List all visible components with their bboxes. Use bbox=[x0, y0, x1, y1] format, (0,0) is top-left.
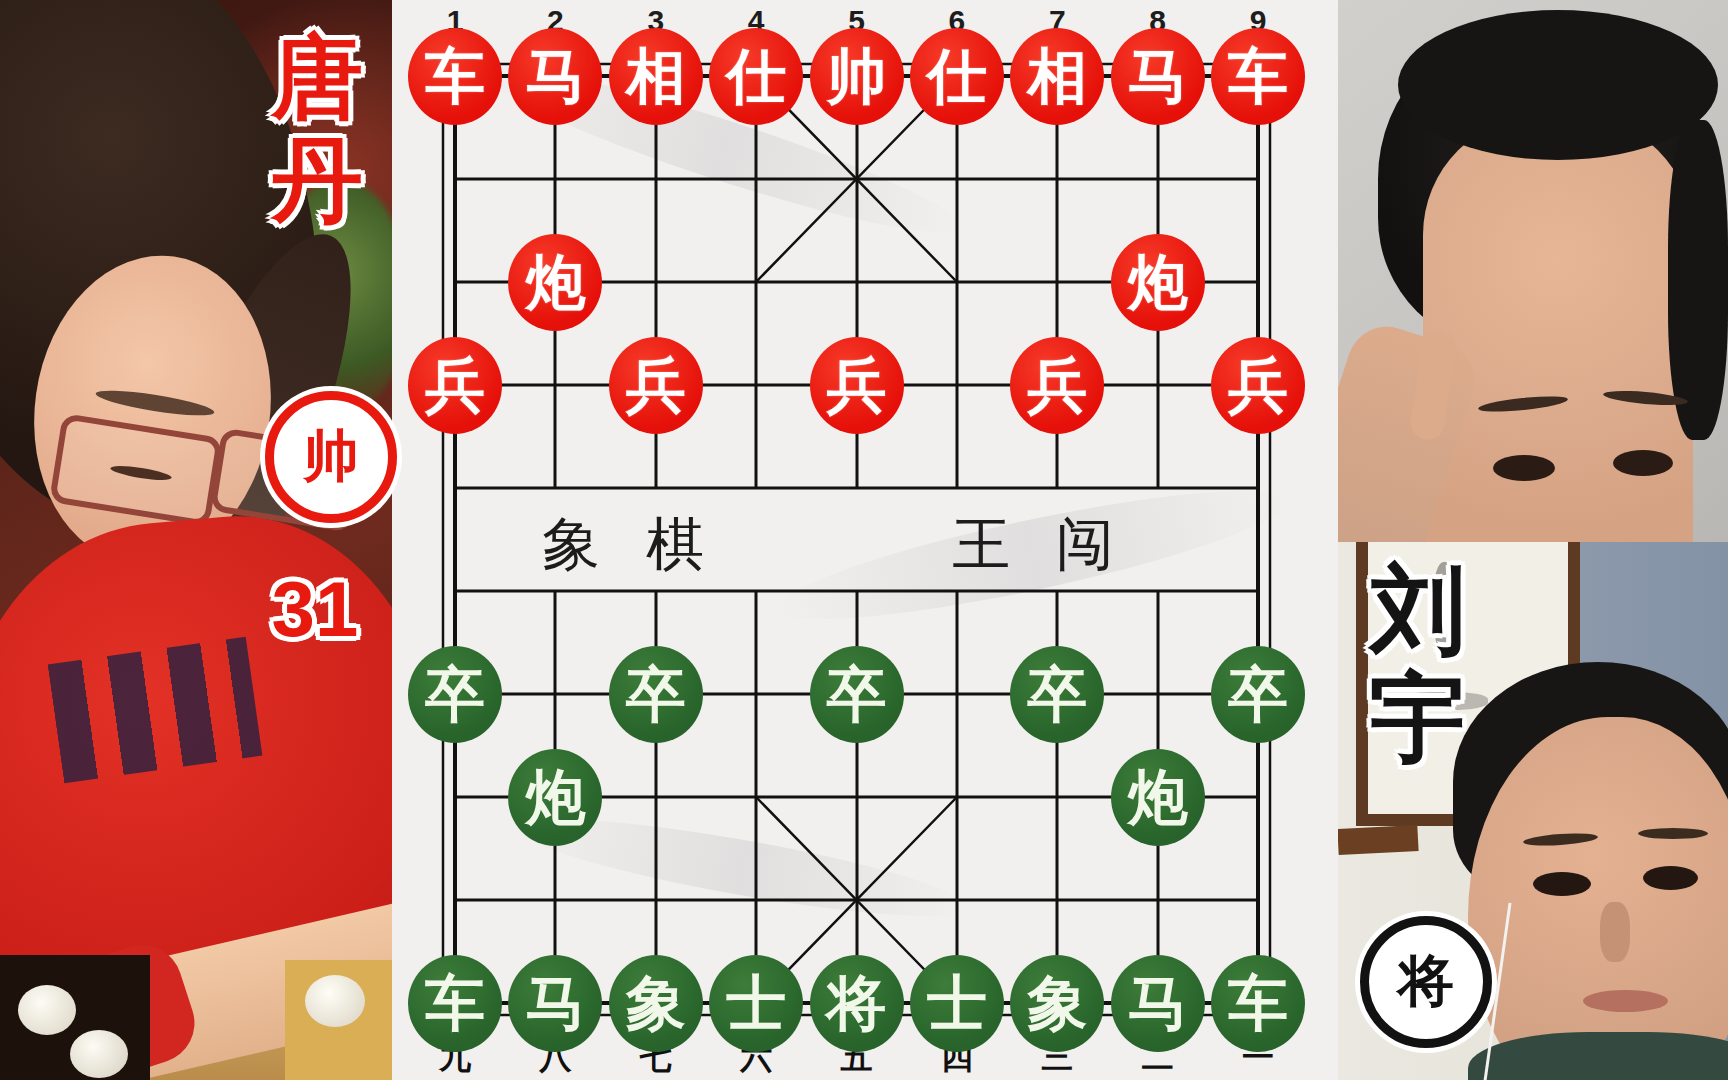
piece-green-炮-r7c1: 炮 bbox=[508, 749, 602, 846]
piece-red-兵-r3c0: 兵 bbox=[408, 337, 502, 434]
piece-red-车-r0c0: 车 bbox=[408, 28, 502, 125]
hair-fringe bbox=[1398, 10, 1718, 160]
video-frame: 象棋 王闯 123456789九八七六五四三二一 车马相仕帅仕相马车炮炮兵兵兵兵… bbox=[0, 0, 1728, 1080]
eye-left bbox=[1533, 872, 1591, 896]
white-piece-1 bbox=[18, 985, 76, 1035]
right-player-name: 刘宇 bbox=[1363, 556, 1473, 771]
black-general-badge-char: 将 bbox=[1398, 944, 1454, 1020]
wood-ledge bbox=[1338, 825, 1419, 855]
piece-red-仕-r0c5: 仕 bbox=[910, 28, 1004, 125]
piece-green-卒-r6c4: 卒 bbox=[810, 646, 904, 743]
piece-green-车-r9c8: 车 bbox=[1211, 955, 1305, 1052]
piece-green-卒-r6c6: 卒 bbox=[1010, 646, 1104, 743]
face-shape bbox=[1423, 115, 1693, 542]
nose-shape bbox=[1600, 902, 1630, 962]
piece-red-兵-r3c4: 兵 bbox=[810, 337, 904, 434]
piece-green-卒-r6c0: 卒 bbox=[408, 646, 502, 743]
piece-green-象-r9c6: 象 bbox=[1010, 955, 1104, 1052]
piece-red-帅-r0c4: 帅 bbox=[810, 28, 904, 125]
piece-red-车-r0c8: 车 bbox=[1211, 28, 1305, 125]
white-piece-2 bbox=[70, 1030, 128, 1078]
board-layer-pieces: 车马相仕帅仕相马车炮炮兵兵兵兵兵卒卒卒卒卒炮炮车马象士将士象马车 bbox=[392, 0, 1338, 1080]
piece-green-卒-r6c2: 卒 bbox=[609, 646, 703, 743]
piece-red-仕-r0c3: 仕 bbox=[709, 28, 803, 125]
piece-green-士-r9c3: 士 bbox=[709, 955, 803, 1052]
red-general-badge: 帅 bbox=[265, 391, 397, 523]
corner-board-piece bbox=[305, 975, 365, 1027]
eye-right bbox=[1613, 450, 1673, 476]
piece-green-卒-r6c8: 卒 bbox=[1211, 646, 1305, 743]
piece-green-士-r9c5: 士 bbox=[910, 955, 1004, 1052]
left-player-name: 唐丹 bbox=[252, 26, 382, 232]
piece-green-车-r9c0: 车 bbox=[408, 955, 502, 1052]
piece-red-炮-r2c1: 炮 bbox=[508, 234, 602, 331]
piece-green-将-r9c4: 将 bbox=[810, 955, 904, 1052]
piece-green-马-r9c7: 马 bbox=[1111, 955, 1205, 1052]
piece-green-象-r9c2: 象 bbox=[609, 955, 703, 1052]
right-top-player-video bbox=[1338, 0, 1728, 542]
eye-left bbox=[1493, 455, 1555, 481]
hair-side bbox=[1668, 120, 1728, 440]
piece-red-兵-r3c2: 兵 bbox=[609, 337, 703, 434]
piece-red-炮-r2c7: 炮 bbox=[1111, 234, 1205, 331]
piece-red-兵-r3c6: 兵 bbox=[1010, 337, 1104, 434]
piece-red-马-r0c7: 马 bbox=[1111, 28, 1205, 125]
red-general-badge-char: 帅 bbox=[303, 419, 359, 495]
move-number: 31 bbox=[250, 566, 380, 653]
mouth-shape bbox=[1583, 990, 1668, 1012]
piece-green-马-r9c1: 马 bbox=[508, 955, 602, 1052]
piece-red-相-r0c6: 相 bbox=[1010, 28, 1104, 125]
eyebrow-right bbox=[1638, 828, 1708, 839]
xiangqi-board: 象棋 王闯 123456789九八七六五四三二一 车马相仕帅仕相马车炮炮兵兵兵兵… bbox=[392, 0, 1338, 1080]
piece-red-马-r0c1: 马 bbox=[508, 28, 602, 125]
piece-red-相-r0c2: 相 bbox=[609, 28, 703, 125]
piece-green-炮-r7c7: 炮 bbox=[1111, 749, 1205, 846]
piece-red-兵-r3c8: 兵 bbox=[1211, 337, 1305, 434]
black-general-badge: 将 bbox=[1360, 916, 1492, 1048]
eye-right bbox=[1643, 866, 1698, 890]
